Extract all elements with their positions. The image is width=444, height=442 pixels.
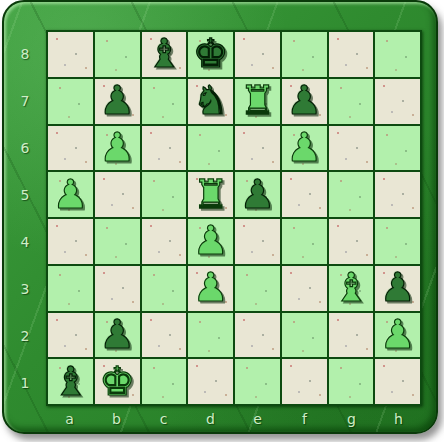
file-label-g: g: [328, 406, 375, 432]
square-c1[interactable]: [142, 359, 187, 404]
square-f5[interactable]: [282, 172, 327, 217]
rank-label-6: 6: [4, 124, 46, 171]
white-pawn-d4[interactable]: ♟: [193, 220, 229, 260]
square-a2[interactable]: [48, 313, 93, 358]
white-pawn-b6[interactable]: ♟: [99, 127, 135, 167]
square-h8[interactable]: [375, 32, 420, 77]
square-b7[interactable]: ♟: [95, 79, 140, 124]
square-h4[interactable]: [375, 219, 420, 264]
white-king-b1[interactable]: ♚: [99, 361, 135, 401]
square-a3[interactable]: [48, 266, 93, 311]
black-pawn-b7[interactable]: ♟: [99, 80, 135, 120]
square-a4[interactable]: [48, 219, 93, 264]
square-f2[interactable]: [282, 313, 327, 358]
square-h5[interactable]: [375, 172, 420, 217]
square-h7[interactable]: [375, 79, 420, 124]
file-label-b: b: [93, 406, 140, 432]
square-b3[interactable]: [95, 266, 140, 311]
square-e1[interactable]: [235, 359, 280, 404]
square-d4[interactable]: ♟: [188, 219, 233, 264]
square-b6[interactable]: ♟: [95, 126, 140, 171]
rank-label-7: 7: [4, 77, 46, 124]
square-e2[interactable]: [235, 313, 280, 358]
file-label-h: h: [375, 406, 422, 432]
square-b2[interactable]: ♟: [95, 313, 140, 358]
rank-label-5: 5: [4, 171, 46, 218]
square-b1[interactable]: ♚: [95, 359, 140, 404]
square-g4[interactable]: [329, 219, 374, 264]
square-a1[interactable]: ♝: [48, 359, 93, 404]
rank-label-3: 3: [4, 265, 46, 312]
black-king-d8[interactable]: ♚: [193, 33, 229, 73]
file-labels: abcdefgh: [46, 406, 422, 432]
square-d8[interactable]: ♚: [188, 32, 233, 77]
board-frame: 87654321 ♝♚♟♞♜♟♟♟♟♜♟♟♟♝♟♟♟♝♚ abcdefgh: [2, 0, 438, 434]
square-e6[interactable]: [235, 126, 280, 171]
file-label-d: d: [187, 406, 234, 432]
black-knight-d7[interactable]: ♞: [193, 80, 229, 120]
file-label-e: e: [234, 406, 281, 432]
square-h6[interactable]: [375, 126, 420, 171]
square-c3[interactable]: [142, 266, 187, 311]
square-g8[interactable]: [329, 32, 374, 77]
white-pawn-h2[interactable]: ♟: [380, 314, 416, 354]
square-c5[interactable]: [142, 172, 187, 217]
square-d7[interactable]: ♞: [188, 79, 233, 124]
black-pawn-e5[interactable]: ♟: [239, 174, 275, 214]
square-g7[interactable]: [329, 79, 374, 124]
black-pawn-f7[interactable]: ♟: [286, 80, 322, 120]
square-g2[interactable]: [329, 313, 374, 358]
square-d3[interactable]: ♟: [188, 266, 233, 311]
square-e8[interactable]: [235, 32, 280, 77]
square-d1[interactable]: [188, 359, 233, 404]
square-f7[interactable]: ♟: [282, 79, 327, 124]
square-f4[interactable]: [282, 219, 327, 264]
square-a6[interactable]: [48, 126, 93, 171]
square-c4[interactable]: [142, 219, 187, 264]
board: ♝♚♟♞♜♟♟♟♟♜♟♟♟♝♟♟♟♝♚: [46, 30, 422, 406]
square-e7[interactable]: ♜: [235, 79, 280, 124]
rank-label-2: 2: [4, 312, 46, 359]
square-f6[interactable]: ♟: [282, 126, 327, 171]
square-a5[interactable]: ♟: [48, 172, 93, 217]
square-c7[interactable]: [142, 79, 187, 124]
square-b5[interactable]: [95, 172, 140, 217]
white-pawn-d3[interactable]: ♟: [193, 267, 229, 307]
square-g6[interactable]: [329, 126, 374, 171]
rank-label-1: 1: [4, 359, 46, 406]
rank-label-8: 8: [4, 30, 46, 77]
rank-label-4: 4: [4, 218, 46, 265]
square-g1[interactable]: [329, 359, 374, 404]
square-f1[interactable]: [282, 359, 327, 404]
square-f3[interactable]: [282, 266, 327, 311]
square-c8[interactable]: ♝: [142, 32, 187, 77]
white-pawn-a5[interactable]: ♟: [52, 174, 88, 214]
black-bishop-c8[interactable]: ♝: [146, 33, 182, 73]
square-h1[interactable]: [375, 359, 420, 404]
square-e3[interactable]: [235, 266, 280, 311]
square-h3[interactable]: ♟: [375, 266, 420, 311]
black-bishop-a1[interactable]: ♝: [52, 361, 88, 401]
black-pawn-b2[interactable]: ♟: [99, 314, 135, 354]
rank-labels: 87654321: [4, 30, 46, 406]
square-h2[interactable]: ♟: [375, 313, 420, 358]
square-g5[interactable]: [329, 172, 374, 217]
file-label-f: f: [281, 406, 328, 432]
file-label-a: a: [46, 406, 93, 432]
square-g3[interactable]: ♝: [329, 266, 374, 311]
square-f8[interactable]: [282, 32, 327, 77]
square-c6[interactable]: [142, 126, 187, 171]
white-rook-e7[interactable]: ♜: [239, 80, 275, 120]
square-d6[interactable]: [188, 126, 233, 171]
square-e5[interactable]: ♟: [235, 172, 280, 217]
square-a7[interactable]: [48, 79, 93, 124]
black-pawn-h3[interactable]: ♟: [380, 267, 416, 307]
square-e4[interactable]: [235, 219, 280, 264]
square-c2[interactable]: [142, 313, 187, 358]
square-a8[interactable]: [48, 32, 93, 77]
square-d2[interactable]: [188, 313, 233, 358]
square-d5[interactable]: ♜: [188, 172, 233, 217]
white-pawn-f6[interactable]: ♟: [286, 127, 322, 167]
square-b8[interactable]: [95, 32, 140, 77]
white-rook-d5[interactable]: ♜: [193, 174, 229, 214]
white-bishop-g3[interactable]: ♝: [333, 267, 369, 307]
square-b4[interactable]: [95, 219, 140, 264]
file-label-c: c: [140, 406, 187, 432]
